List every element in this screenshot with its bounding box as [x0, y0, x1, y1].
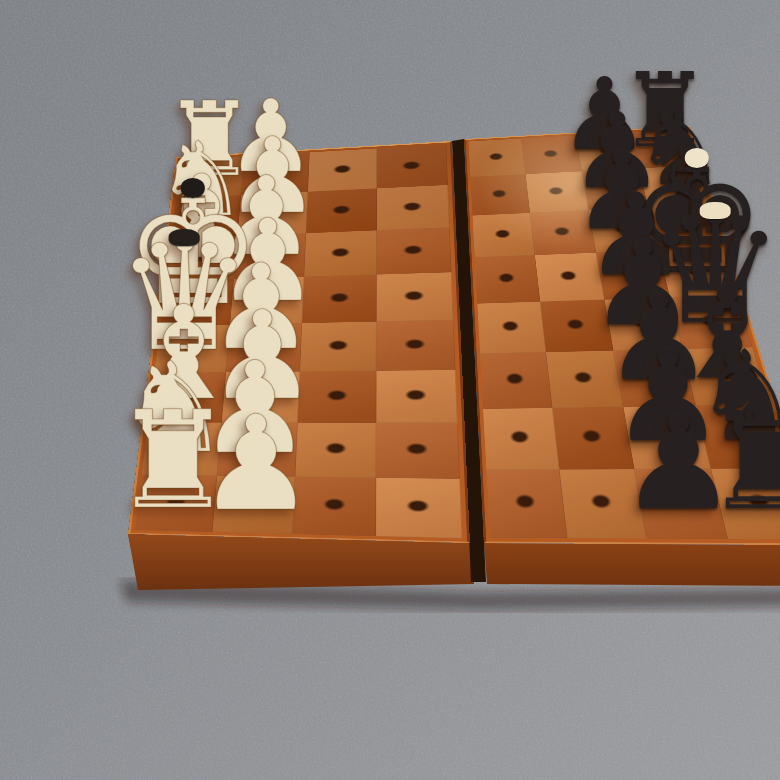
- square-f1: [166, 236, 238, 281]
- square-h3: [308, 149, 377, 192]
- square-g8: [639, 165, 709, 207]
- square-f5: [473, 213, 535, 258]
- square-e5: [475, 255, 540, 303]
- square-d5: [477, 301, 546, 353]
- square-d8: [670, 295, 753, 349]
- square-d7: [604, 297, 682, 350]
- square-h1: [176, 156, 244, 198]
- square-h6: [522, 135, 582, 174]
- square-g5: [470, 174, 530, 215]
- square-d3: [300, 321, 377, 371]
- square-f8: [648, 205, 722, 251]
- square-f2: [234, 233, 306, 279]
- square-b5: [483, 408, 560, 470]
- square-b8: [696, 405, 780, 469]
- square-g4: [377, 185, 450, 230]
- square-h7: [576, 132, 640, 171]
- board-left-front-face: [128, 534, 474, 590]
- square-e3: [302, 275, 377, 323]
- square-h8: [630, 129, 697, 168]
- square-e1: [160, 279, 234, 326]
- photo-scene: ♜♟♟♜♞♟♟♞♝♟♟♝♚♟♟♚♛♟♟♛♝♟♟♝♞♟♟♞♜♟♟♜: [0, 0, 780, 780]
- square-b6: [552, 407, 634, 470]
- square-c8: [682, 347, 770, 405]
- board-right-front-face: [484, 543, 780, 586]
- square-g7: [582, 168, 649, 210]
- square-d4: [376, 320, 455, 371]
- square-a4: [376, 478, 462, 539]
- square-c1: [148, 372, 226, 422]
- square-e7: [596, 251, 670, 300]
- square-e6: [535, 253, 604, 302]
- square-c2: [222, 371, 300, 422]
- square-b4: [376, 423, 460, 479]
- square-e2: [230, 277, 304, 324]
- square-b3: [295, 423, 376, 478]
- square-b1: [142, 422, 222, 475]
- square-d2: [226, 323, 302, 372]
- board-left-half: [128, 141, 470, 543]
- square-c3: [298, 371, 377, 423]
- square-f7: [589, 208, 659, 253]
- square-d6: [540, 299, 613, 352]
- square-a1: [135, 475, 217, 532]
- square-h2: [241, 152, 310, 195]
- square-e4: [377, 273, 454, 322]
- square-g2: [238, 192, 308, 236]
- square-f4: [377, 228, 452, 275]
- square-h5: [469, 139, 526, 178]
- square-c5: [480, 352, 552, 409]
- square-b2: [217, 422, 298, 476]
- square-g1: [171, 195, 241, 239]
- square-g3: [306, 189, 377, 234]
- square-f6: [530, 210, 596, 255]
- square-a2: [212, 476, 295, 534]
- square-f3: [304, 231, 377, 277]
- square-c4: [376, 370, 457, 423]
- square-d1: [154, 324, 230, 372]
- square-h4: [377, 145, 448, 189]
- square-g6: [526, 171, 589, 213]
- square-a6: [560, 469, 647, 539]
- square-c6: [546, 350, 623, 407]
- square-a3: [293, 477, 376, 536]
- square-a5: [486, 470, 567, 539]
- square-e8: [659, 248, 737, 297]
